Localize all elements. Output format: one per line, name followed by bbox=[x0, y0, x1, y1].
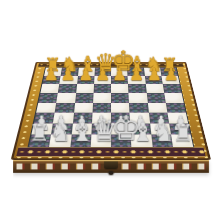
square-a1 bbox=[29, 135, 52, 147]
square-f1 bbox=[131, 135, 152, 147]
square-c8 bbox=[78, 68, 95, 76]
square-e5 bbox=[111, 93, 129, 102]
square-h3 bbox=[167, 113, 188, 124]
square-d8 bbox=[94, 68, 111, 76]
board-squares bbox=[27, 67, 194, 147]
square-h8 bbox=[160, 68, 178, 76]
chess-board: ♜♞♝♛♚♝♞♜♟♟♟♟♟♟♟♟♟♟♟♟♟♟♟♟♜♞♝♛♚♝♞♜ bbox=[11, 62, 212, 160]
square-f8 bbox=[127, 68, 144, 76]
square-a6 bbox=[40, 84, 59, 93]
square-g6 bbox=[145, 84, 164, 93]
square-g8 bbox=[144, 68, 162, 76]
square-b8 bbox=[61, 68, 79, 76]
chess-set-scene: ♜♞♝♛♚♝♞♜♟♟♟♟♟♟♟♟♟♟♟♟♟♟♟♟♜♞♝♛♚♝♞♜ bbox=[25, 18, 197, 190]
square-g4 bbox=[147, 103, 167, 113]
square-h6 bbox=[163, 84, 182, 93]
square-b4 bbox=[55, 103, 75, 113]
square-b6 bbox=[58, 84, 77, 93]
square-b7 bbox=[59, 76, 77, 84]
square-a4 bbox=[36, 103, 56, 113]
square-d4 bbox=[92, 103, 111, 113]
board-medallion-band bbox=[16, 147, 206, 157]
square-b1 bbox=[49, 135, 71, 147]
square-b5 bbox=[56, 93, 75, 102]
square-e4 bbox=[111, 103, 130, 113]
square-a8 bbox=[44, 68, 62, 76]
product-photo-chess-set: { "game": "chess", "position": "rnbqkbnr… bbox=[0, 0, 222, 222]
square-e1 bbox=[111, 135, 132, 147]
square-f7 bbox=[128, 76, 146, 84]
square-h1 bbox=[171, 135, 194, 147]
square-h7 bbox=[161, 76, 180, 84]
square-e6 bbox=[111, 84, 129, 93]
square-g5 bbox=[146, 93, 165, 102]
square-c1 bbox=[70, 135, 91, 147]
square-c6 bbox=[76, 84, 94, 93]
square-h5 bbox=[164, 93, 184, 102]
square-g1 bbox=[151, 135, 173, 147]
square-d5 bbox=[93, 93, 111, 102]
square-d3 bbox=[92, 113, 111, 124]
square-b3 bbox=[53, 113, 73, 124]
box-front-face bbox=[13, 160, 209, 173]
square-d6 bbox=[93, 84, 111, 93]
square-f5 bbox=[129, 93, 148, 102]
square-h4 bbox=[166, 103, 186, 113]
square-c3 bbox=[72, 113, 92, 124]
box-clasp-knob bbox=[108, 171, 114, 176]
square-f6 bbox=[128, 84, 146, 93]
square-d7 bbox=[94, 76, 111, 84]
square-a3 bbox=[34, 113, 55, 124]
square-c5 bbox=[75, 93, 94, 102]
box-clasp bbox=[104, 161, 118, 169]
square-d1 bbox=[90, 135, 111, 147]
square-g7 bbox=[144, 76, 162, 84]
square-e8 bbox=[111, 68, 128, 76]
square-a7 bbox=[42, 76, 61, 84]
square-c4 bbox=[74, 103, 93, 113]
square-e3 bbox=[111, 113, 130, 124]
square-f4 bbox=[129, 103, 148, 113]
square-c7 bbox=[77, 76, 95, 84]
square-g3 bbox=[148, 113, 168, 124]
square-f3 bbox=[130, 113, 150, 124]
square-e7 bbox=[111, 76, 128, 84]
square-a5 bbox=[38, 93, 58, 102]
